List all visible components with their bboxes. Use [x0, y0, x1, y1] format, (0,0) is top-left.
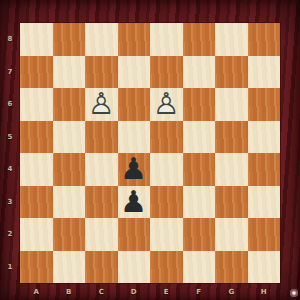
square-e6[interactable]: ♟♙	[150, 88, 183, 121]
square-e1[interactable]	[150, 251, 183, 284]
square-a8[interactable]	[20, 23, 53, 56]
rank-label-3: 3	[0, 186, 20, 219]
file-label-d: D	[118, 283, 151, 300]
rank-labels: 87654321	[0, 23, 20, 283]
square-c8[interactable]	[85, 23, 118, 56]
square-a3[interactable]	[20, 186, 53, 219]
square-b4[interactable]	[53, 153, 86, 186]
square-d1[interactable]	[118, 251, 151, 284]
square-g2[interactable]	[215, 218, 248, 251]
square-g4[interactable]	[215, 153, 248, 186]
square-d5[interactable]	[118, 121, 151, 154]
square-h3[interactable]	[248, 186, 281, 219]
square-h4[interactable]	[248, 153, 281, 186]
square-h6[interactable]	[248, 88, 281, 121]
black-pawn[interactable]: ♟	[118, 186, 151, 219]
square-h8[interactable]	[248, 23, 281, 56]
square-b2[interactable]	[53, 218, 86, 251]
square-h7[interactable]	[248, 56, 281, 89]
square-c2[interactable]	[85, 218, 118, 251]
square-c4[interactable]	[85, 153, 118, 186]
square-d7[interactable]	[118, 56, 151, 89]
file-label-e: E	[150, 283, 183, 300]
square-a2[interactable]	[20, 218, 53, 251]
square-e4[interactable]	[150, 153, 183, 186]
square-a6[interactable]	[20, 88, 53, 121]
square-h2[interactable]	[248, 218, 281, 251]
rank-label-6: 6	[0, 88, 20, 121]
rank-label-5: 5	[0, 121, 20, 154]
white-pawn[interactable]: ♟♙	[85, 88, 118, 121]
square-a1[interactable]	[20, 251, 53, 284]
square-d6[interactable]	[118, 88, 151, 121]
square-f4[interactable]	[183, 153, 216, 186]
square-c7[interactable]	[85, 56, 118, 89]
square-f8[interactable]	[183, 23, 216, 56]
square-e3[interactable]	[150, 186, 183, 219]
chess-board-frame: ♟♙♟♙♟♟ 87654321 ABCDEFGH	[0, 0, 300, 300]
square-g6[interactable]	[215, 88, 248, 121]
rank-label-4: 4	[0, 153, 20, 186]
file-labels: ABCDEFGH	[20, 283, 280, 300]
square-e8[interactable]	[150, 23, 183, 56]
square-d3[interactable]: ♟	[118, 186, 151, 219]
square-f2[interactable]	[183, 218, 216, 251]
square-c5[interactable]	[85, 121, 118, 154]
file-label-h: H	[248, 283, 281, 300]
square-h1[interactable]	[248, 251, 281, 284]
square-b8[interactable]	[53, 23, 86, 56]
square-a4[interactable]	[20, 153, 53, 186]
square-f5[interactable]	[183, 121, 216, 154]
white-pawn[interactable]: ♟♙	[150, 88, 183, 121]
square-f3[interactable]	[183, 186, 216, 219]
square-c6[interactable]: ♟♙	[85, 88, 118, 121]
square-d2[interactable]	[118, 218, 151, 251]
square-e7[interactable]	[150, 56, 183, 89]
square-b3[interactable]	[53, 186, 86, 219]
square-f7[interactable]	[183, 56, 216, 89]
board-maker-logo-icon	[290, 289, 298, 297]
square-b6[interactable]	[53, 88, 86, 121]
square-g1[interactable]	[215, 251, 248, 284]
square-f6[interactable]	[183, 88, 216, 121]
square-g7[interactable]	[215, 56, 248, 89]
square-b5[interactable]	[53, 121, 86, 154]
square-e2[interactable]	[150, 218, 183, 251]
black-pawn[interactable]: ♟	[118, 153, 151, 186]
square-g5[interactable]	[215, 121, 248, 154]
rank-label-1: 1	[0, 251, 20, 284]
square-g3[interactable]	[215, 186, 248, 219]
square-c1[interactable]	[85, 251, 118, 284]
file-label-b: B	[53, 283, 86, 300]
square-g8[interactable]	[215, 23, 248, 56]
square-a5[interactable]	[20, 121, 53, 154]
square-e5[interactable]	[150, 121, 183, 154]
file-label-a: A	[20, 283, 53, 300]
file-label-g: G	[215, 283, 248, 300]
file-label-f: F	[183, 283, 216, 300]
rank-label-8: 8	[0, 23, 20, 56]
square-f1[interactable]	[183, 251, 216, 284]
file-label-c: C	[85, 283, 118, 300]
square-c3[interactable]	[85, 186, 118, 219]
rank-label-7: 7	[0, 56, 20, 89]
square-b1[interactable]	[53, 251, 86, 284]
square-d8[interactable]	[118, 23, 151, 56]
square-b7[interactable]	[53, 56, 86, 89]
square-d4[interactable]: ♟	[118, 153, 151, 186]
square-h5[interactable]	[248, 121, 281, 154]
chess-board: ♟♙♟♙♟♟	[20, 23, 280, 283]
square-a7[interactable]	[20, 56, 53, 89]
rank-label-2: 2	[0, 218, 20, 251]
